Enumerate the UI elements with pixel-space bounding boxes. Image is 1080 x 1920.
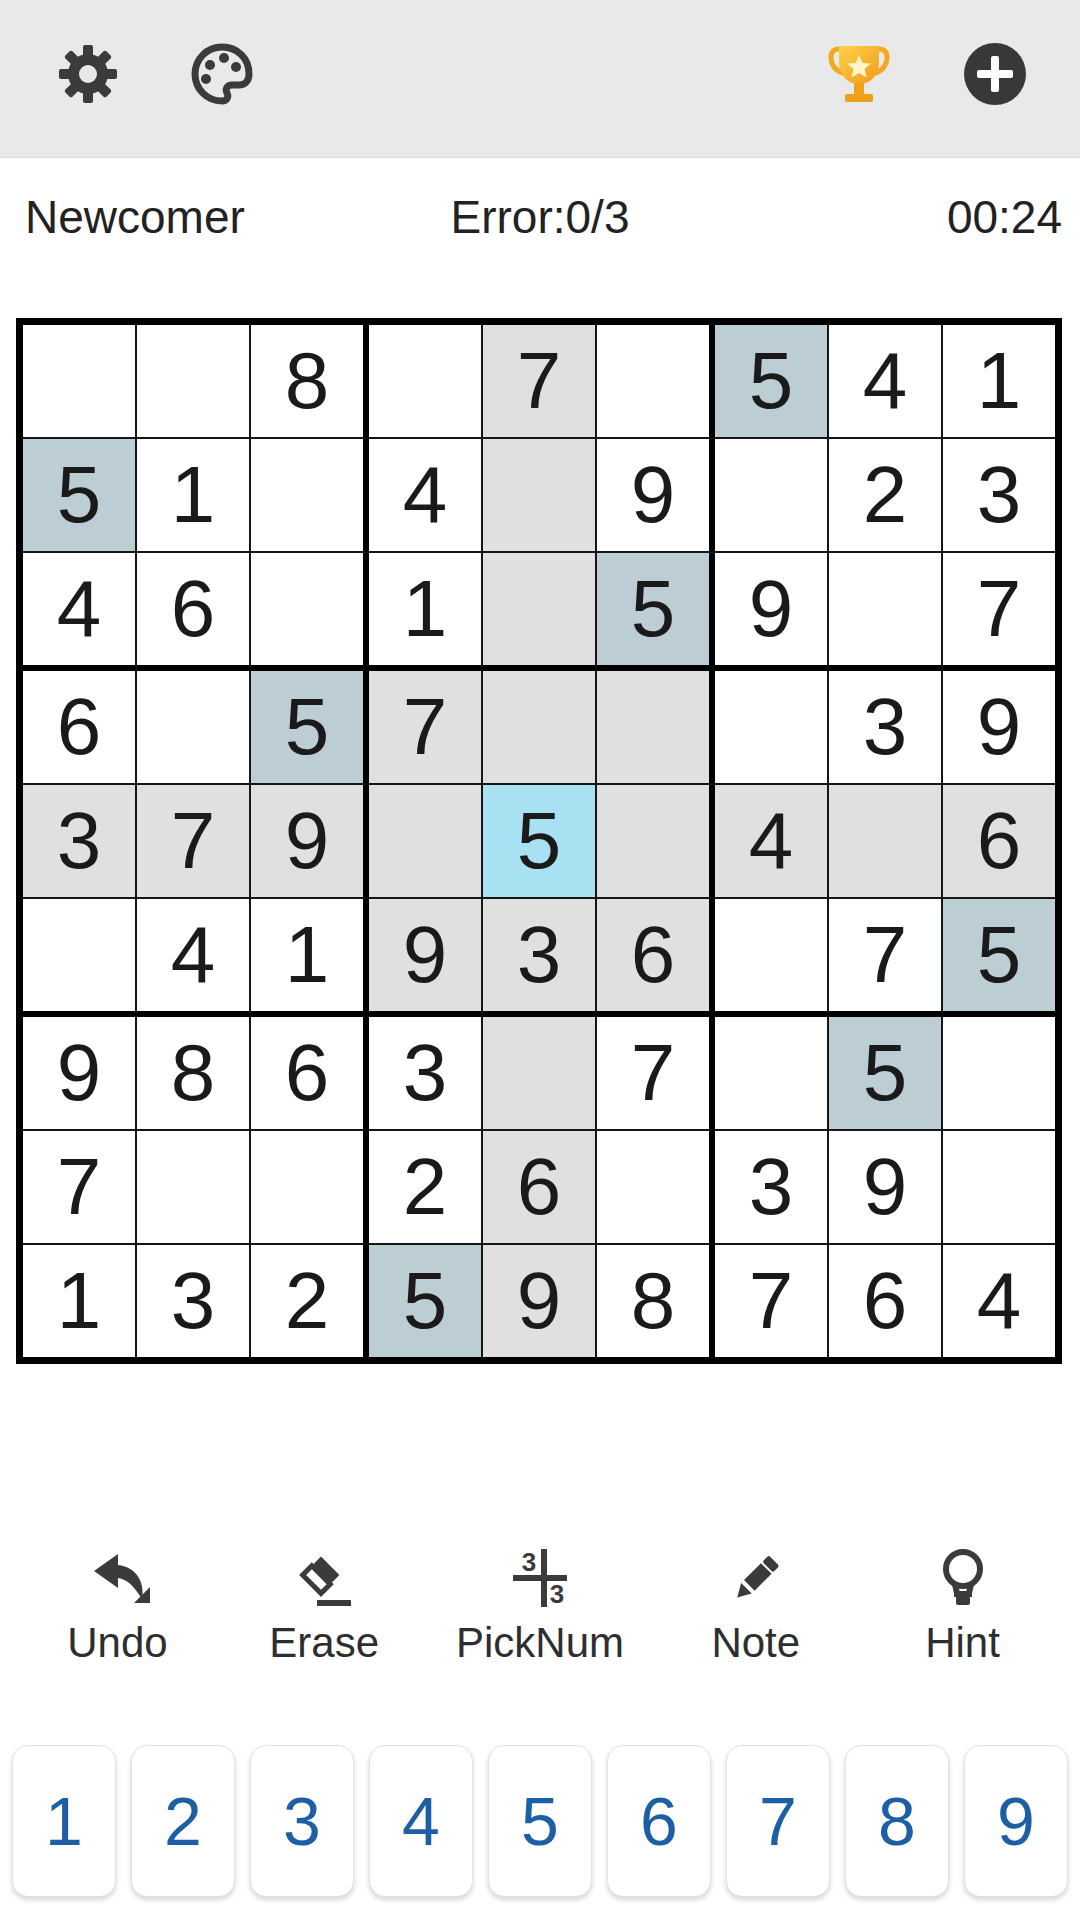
cell-r4c9[interactable]: 9 xyxy=(943,671,1055,785)
cell-r1c3[interactable]: 8 xyxy=(251,325,369,439)
cell-r4c2[interactable] xyxy=(137,671,251,785)
toolbar: Undo Erase 3 3 PickNum Note xyxy=(0,1545,1080,1685)
cell-r7c6[interactable]: 7 xyxy=(597,1017,715,1131)
cell-r2c5[interactable] xyxy=(483,439,597,553)
cell-r5c5[interactable]: 5 xyxy=(483,785,597,899)
cell-r8c1[interactable]: 7 xyxy=(23,1131,137,1245)
note-button[interactable]: Note xyxy=(681,1545,831,1667)
cell-r3c6[interactable]: 5 xyxy=(597,553,715,671)
erase-label: Erase xyxy=(269,1619,379,1667)
cell-r6c4[interactable]: 9 xyxy=(369,899,483,1017)
theme-button[interactable] xyxy=(189,41,255,107)
cell-r6c5[interactable]: 3 xyxy=(483,899,597,1017)
cell-r7c5[interactable] xyxy=(483,1017,597,1131)
cell-r7c7[interactable] xyxy=(715,1017,829,1131)
cell-r1c6[interactable] xyxy=(597,325,715,439)
cell-r8c6[interactable] xyxy=(597,1131,715,1245)
cell-r6c1[interactable] xyxy=(23,899,137,1017)
cell-r9c6[interactable]: 8 xyxy=(597,1245,715,1357)
numpad-button-7[interactable]: 7 xyxy=(726,1745,830,1897)
cell-r8c9[interactable] xyxy=(943,1131,1055,1245)
hint-bulb-icon xyxy=(930,1545,996,1611)
cell-r2c3[interactable] xyxy=(251,439,369,553)
cell-r3c9[interactable]: 7 xyxy=(943,553,1055,671)
cell-r3c8[interactable] xyxy=(829,553,943,671)
cell-r1c7[interactable]: 5 xyxy=(715,325,829,439)
cell-r3c1[interactable]: 4 xyxy=(23,553,137,671)
cell-r2c6[interactable]: 9 xyxy=(597,439,715,553)
cell-r3c3[interactable] xyxy=(251,553,369,671)
cell-r1c4[interactable] xyxy=(369,325,483,439)
numpad-button-3[interactable]: 3 xyxy=(250,1745,354,1897)
cell-r5c7[interactable]: 4 xyxy=(715,785,829,899)
cell-r3c2[interactable]: 6 xyxy=(137,553,251,671)
new-game-button[interactable] xyxy=(962,41,1028,107)
achievements-button[interactable] xyxy=(826,41,892,107)
cell-r2c7[interactable] xyxy=(715,439,829,553)
cell-r6c7[interactable] xyxy=(715,899,829,1017)
svg-text:3: 3 xyxy=(522,1547,536,1577)
note-label: Note xyxy=(711,1619,800,1667)
numpad-button-6[interactable]: 6 xyxy=(607,1745,711,1897)
cell-r5c1[interactable]: 3 xyxy=(23,785,137,899)
top-app-bar xyxy=(0,0,1080,158)
cell-r5c8[interactable] xyxy=(829,785,943,899)
timer: 00:24 xyxy=(947,190,1062,244)
cell-r2c4[interactable]: 4 xyxy=(369,439,483,553)
picknum-button[interactable]: 3 3 PickNum xyxy=(456,1545,624,1667)
numpad-button-4[interactable]: 4 xyxy=(369,1745,473,1897)
cell-r9c9[interactable]: 4 xyxy=(943,1245,1055,1357)
number-pad: 123456789 xyxy=(12,1745,1068,1897)
cell-r9c4[interactable]: 5 xyxy=(369,1245,483,1357)
numpad-button-1[interactable]: 1 xyxy=(12,1745,116,1897)
cell-r3c5[interactable] xyxy=(483,553,597,671)
picknum-icon: 3 3 xyxy=(507,1545,573,1611)
sudoku-board: 8754151492346159765739379546419367598637… xyxy=(16,318,1062,1364)
cell-r9c3[interactable]: 2 xyxy=(251,1245,369,1357)
cell-r8c5[interactable]: 6 xyxy=(483,1131,597,1245)
settings-button[interactable] xyxy=(55,41,121,107)
svg-text:3: 3 xyxy=(550,1579,564,1609)
hint-label: Hint xyxy=(925,1619,1000,1667)
cell-r6c2[interactable]: 4 xyxy=(137,899,251,1017)
cell-r5c6[interactable] xyxy=(597,785,715,899)
undo-button[interactable]: Undo xyxy=(42,1545,192,1667)
cell-r4c1[interactable]: 6 xyxy=(23,671,137,785)
cell-r7c9[interactable] xyxy=(943,1017,1055,1131)
cell-r6c6[interactable]: 6 xyxy=(597,899,715,1017)
cell-r1c9[interactable]: 1 xyxy=(943,325,1055,439)
cell-r2c8[interactable]: 2 xyxy=(829,439,943,553)
cell-r8c4[interactable]: 2 xyxy=(369,1131,483,1245)
numpad-button-9[interactable]: 9 xyxy=(964,1745,1068,1897)
cell-r8c3[interactable] xyxy=(251,1131,369,1245)
cell-r9c2[interactable]: 3 xyxy=(137,1245,251,1357)
cell-r1c5[interactable]: 7 xyxy=(483,325,597,439)
cell-r8c2[interactable] xyxy=(137,1131,251,1245)
cell-r2c2[interactable]: 1 xyxy=(137,439,251,553)
gear-icon xyxy=(55,41,121,107)
cell-r4c7[interactable] xyxy=(715,671,829,785)
cell-r4c6[interactable] xyxy=(597,671,715,785)
cell-r6c3[interactable]: 1 xyxy=(251,899,369,1017)
erase-button[interactable]: Erase xyxy=(249,1545,399,1667)
cell-r1c2[interactable] xyxy=(137,325,251,439)
cell-r2c9[interactable]: 3 xyxy=(943,439,1055,553)
trophy-icon xyxy=(826,41,892,107)
picknum-label: PickNum xyxy=(456,1619,624,1667)
cell-r6c8[interactable]: 7 xyxy=(829,899,943,1017)
cell-r5c3[interactable]: 9 xyxy=(251,785,369,899)
cell-r8c7[interactable]: 3 xyxy=(715,1131,829,1245)
cell-r3c7[interactable]: 9 xyxy=(715,553,829,671)
cell-r4c4[interactable]: 7 xyxy=(369,671,483,785)
undo-icon xyxy=(84,1545,150,1611)
status-row: Newcomer Error:0/3 00:24 xyxy=(0,190,1080,250)
erase-icon xyxy=(291,1545,357,1611)
cell-r1c1[interactable] xyxy=(23,325,137,439)
cell-r9c1[interactable]: 1 xyxy=(23,1245,137,1357)
cell-r9c7[interactable]: 7 xyxy=(715,1245,829,1357)
cell-r7c1[interactable]: 9 xyxy=(23,1017,137,1131)
cell-r4c8[interactable]: 3 xyxy=(829,671,943,785)
cell-r3c4[interactable]: 1 xyxy=(369,553,483,671)
cell-r7c4[interactable]: 3 xyxy=(369,1017,483,1131)
cell-r1c8[interactable]: 4 xyxy=(829,325,943,439)
cell-r2c1[interactable]: 5 xyxy=(23,439,137,553)
error-counter: Error:0/3 xyxy=(0,190,1080,244)
undo-label: Undo xyxy=(67,1619,167,1667)
cell-r5c2[interactable]: 7 xyxy=(137,785,251,899)
cell-r7c3[interactable]: 6 xyxy=(251,1017,369,1131)
hint-button[interactable]: Hint xyxy=(888,1545,1038,1667)
numpad-button-8[interactable]: 8 xyxy=(845,1745,949,1897)
palette-icon xyxy=(189,41,255,107)
cell-r9c5[interactable]: 9 xyxy=(483,1245,597,1357)
plus-icon xyxy=(962,41,1028,107)
cell-r9c8[interactable]: 6 xyxy=(829,1245,943,1357)
cell-r4c5[interactable] xyxy=(483,671,597,785)
numpad-button-2[interactable]: 2 xyxy=(131,1745,235,1897)
cell-r4c3[interactable]: 5 xyxy=(251,671,369,785)
cell-r7c8[interactable]: 5 xyxy=(829,1017,943,1131)
cell-r5c4[interactable] xyxy=(369,785,483,899)
cell-r5c9[interactable]: 6 xyxy=(943,785,1055,899)
numpad-button-5[interactable]: 5 xyxy=(488,1745,592,1897)
cell-r7c2[interactable]: 8 xyxy=(137,1017,251,1131)
cell-r6c9[interactable]: 5 xyxy=(943,899,1055,1017)
note-pencil-icon xyxy=(723,1545,789,1611)
cell-r8c8[interactable]: 9 xyxy=(829,1131,943,1245)
